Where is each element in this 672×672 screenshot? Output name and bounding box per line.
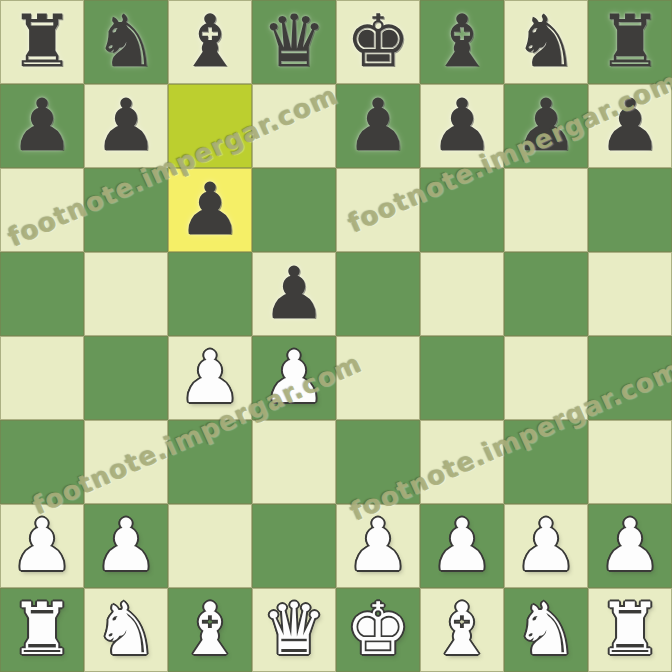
square-c8[interactable]: ♝ [168,0,252,84]
square-b7[interactable]: ♟ [84,84,168,168]
piece-white-queen-d1[interactable]: ♛ [262,593,327,665]
square-d7[interactable] [252,84,336,168]
piece-black-pawn-g7[interactable]: ♟ [514,89,579,161]
square-d4[interactable]: ♟ [252,336,336,420]
piece-black-pawn-a7[interactable]: ♟ [10,89,75,161]
square-b5[interactable] [84,252,168,336]
square-b8[interactable]: ♞ [84,0,168,84]
square-b3[interactable] [84,420,168,504]
piece-black-king-e8[interactable]: ♚ [346,5,411,77]
piece-white-pawn-g2[interactable]: ♟ [514,509,579,581]
square-g8[interactable]: ♞ [504,0,588,84]
square-h1[interactable]: ♜ [588,588,672,672]
square-a3[interactable] [0,420,84,504]
square-a1[interactable]: ♜ [0,588,84,672]
piece-white-bishop-c1[interactable]: ♝ [178,593,243,665]
square-h7[interactable]: ♟ [588,84,672,168]
square-h5[interactable] [588,252,672,336]
square-d3[interactable] [252,420,336,504]
piece-white-pawn-h2[interactable]: ♟ [598,509,663,581]
square-g6[interactable] [504,168,588,252]
piece-white-rook-h1[interactable]: ♜ [598,593,663,665]
square-g1[interactable]: ♞ [504,588,588,672]
square-c7[interactable] [168,84,252,168]
square-g7[interactable]: ♟ [504,84,588,168]
square-c6[interactable]: ♟ [168,168,252,252]
square-d8[interactable]: ♛ [252,0,336,84]
square-h6[interactable] [588,168,672,252]
piece-white-pawn-e2[interactable]: ♟ [346,509,411,581]
square-e5[interactable] [336,252,420,336]
piece-black-pawn-h7[interactable]: ♟ [598,89,663,161]
square-f7[interactable]: ♟ [420,84,504,168]
piece-black-rook-a8[interactable]: ♜ [10,5,75,77]
square-a8[interactable]: ♜ [0,0,84,84]
piece-black-pawn-f7[interactable]: ♟ [430,89,495,161]
piece-white-bishop-f1[interactable]: ♝ [430,593,495,665]
square-f6[interactable] [420,168,504,252]
square-f4[interactable] [420,336,504,420]
square-g4[interactable] [504,336,588,420]
piece-black-pawn-c6[interactable]: ♟ [178,173,243,245]
piece-black-knight-b8[interactable]: ♞ [94,5,159,77]
square-h2[interactable]: ♟ [588,504,672,588]
square-b2[interactable]: ♟ [84,504,168,588]
square-a6[interactable] [0,168,84,252]
square-e2[interactable]: ♟ [336,504,420,588]
piece-white-knight-g1[interactable]: ♞ [514,593,579,665]
square-f5[interactable] [420,252,504,336]
square-h4[interactable] [588,336,672,420]
square-c2[interactable] [168,504,252,588]
piece-black-rook-h8[interactable]: ♜ [598,5,663,77]
square-b6[interactable] [84,168,168,252]
piece-white-pawn-c4[interactable]: ♟ [178,341,243,413]
piece-white-pawn-f2[interactable]: ♟ [430,509,495,581]
chess-app: ♜♞♝♛♚♝♞♜♟♟♟♟♟♟♟♟♟♟♟♟♟♟♟♟♜♞♝♛♚♝♞♜ footnot… [0,0,672,672]
piece-black-pawn-b7[interactable]: ♟ [94,89,159,161]
square-e6[interactable] [336,168,420,252]
square-a4[interactable] [0,336,84,420]
piece-white-pawn-d4[interactable]: ♟ [262,341,327,413]
square-f1[interactable]: ♝ [420,588,504,672]
square-f8[interactable]: ♝ [420,0,504,84]
piece-black-pawn-d5[interactable]: ♟ [262,257,327,329]
square-f3[interactable] [420,420,504,504]
piece-white-rook-a1[interactable]: ♜ [10,593,75,665]
square-d1[interactable]: ♛ [252,588,336,672]
square-e1[interactable]: ♚ [336,588,420,672]
square-d5[interactable]: ♟ [252,252,336,336]
square-d6[interactable] [252,168,336,252]
square-h3[interactable] [588,420,672,504]
square-a7[interactable]: ♟ [0,84,84,168]
square-c3[interactable] [168,420,252,504]
square-c5[interactable] [168,252,252,336]
square-e3[interactable] [336,420,420,504]
piece-black-bishop-c8[interactable]: ♝ [178,5,243,77]
square-e8[interactable]: ♚ [336,0,420,84]
piece-white-king-e1[interactable]: ♚ [346,593,411,665]
square-d2[interactable] [252,504,336,588]
square-b1[interactable]: ♞ [84,588,168,672]
square-g5[interactable] [504,252,588,336]
square-b4[interactable] [84,336,168,420]
square-g2[interactable]: ♟ [504,504,588,588]
chess-board: ♜♞♝♛♚♝♞♜♟♟♟♟♟♟♟♟♟♟♟♟♟♟♟♟♜♞♝♛♚♝♞♜ [0,0,672,672]
square-c4[interactable]: ♟ [168,336,252,420]
piece-black-bishop-f8[interactable]: ♝ [430,5,495,77]
piece-white-pawn-a2[interactable]: ♟ [10,509,75,581]
square-f2[interactable]: ♟ [420,504,504,588]
square-a5[interactable] [0,252,84,336]
square-h8[interactable]: ♜ [588,0,672,84]
piece-white-knight-b1[interactable]: ♞ [94,593,159,665]
square-e7[interactable]: ♟ [336,84,420,168]
square-a2[interactable]: ♟ [0,504,84,588]
piece-black-queen-d8[interactable]: ♛ [262,5,327,77]
square-c1[interactable]: ♝ [168,588,252,672]
square-e4[interactable] [336,336,420,420]
piece-white-pawn-b2[interactable]: ♟ [94,509,159,581]
square-g3[interactable] [504,420,588,504]
piece-black-pawn-e7[interactable]: ♟ [346,89,411,161]
piece-black-knight-g8[interactable]: ♞ [514,5,579,77]
